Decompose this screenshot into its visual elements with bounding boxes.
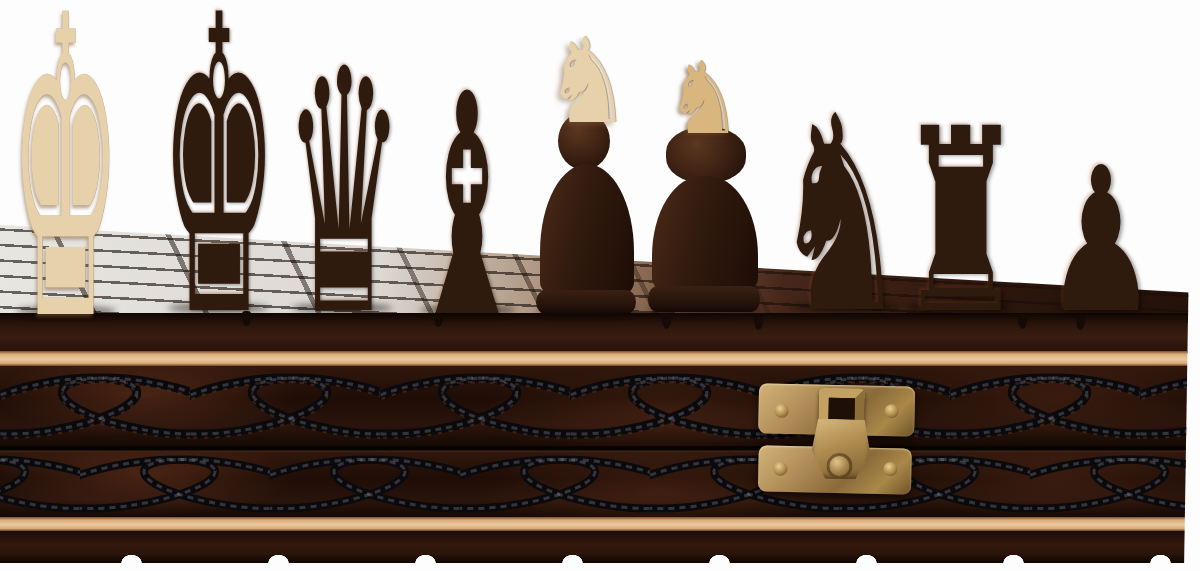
rope-braid-band-lower — [0, 452, 1200, 517]
dark-bishop-piece[interactable]: ♝ — [400, 54, 535, 360]
brass-clasp[interactable] — [755, 381, 919, 498]
dark-pawn-piece[interactable]: ♟ — [1038, 141, 1164, 341]
rope-braid-pattern-lower — [0, 452, 1200, 517]
knight-tan-head-glyph: ♞ — [662, 49, 747, 149]
dark-king-piece[interactable]: ♚ — [153, 0, 284, 373]
knight-base-foot — [536, 290, 636, 314]
dark-queen-piece[interactable]: ♛ — [277, 26, 411, 362]
inlay-stripe-bottom — [0, 517, 1200, 531]
white-king-piece[interactable]: ♚ — [3, 0, 128, 378]
dark-rook-piece[interactable]: ♜ — [890, 95, 1032, 349]
knight-light-head-glyph: ♞ — [540, 22, 637, 140]
product-photo-scene: ♚ ♚ ♛ ♝ ♞ ♞ ♞ ♜ ♟ — [0, 0, 1200, 571]
scalloped-bottom-edge — [0, 549, 1200, 563]
knight-base-foot — [648, 286, 760, 312]
